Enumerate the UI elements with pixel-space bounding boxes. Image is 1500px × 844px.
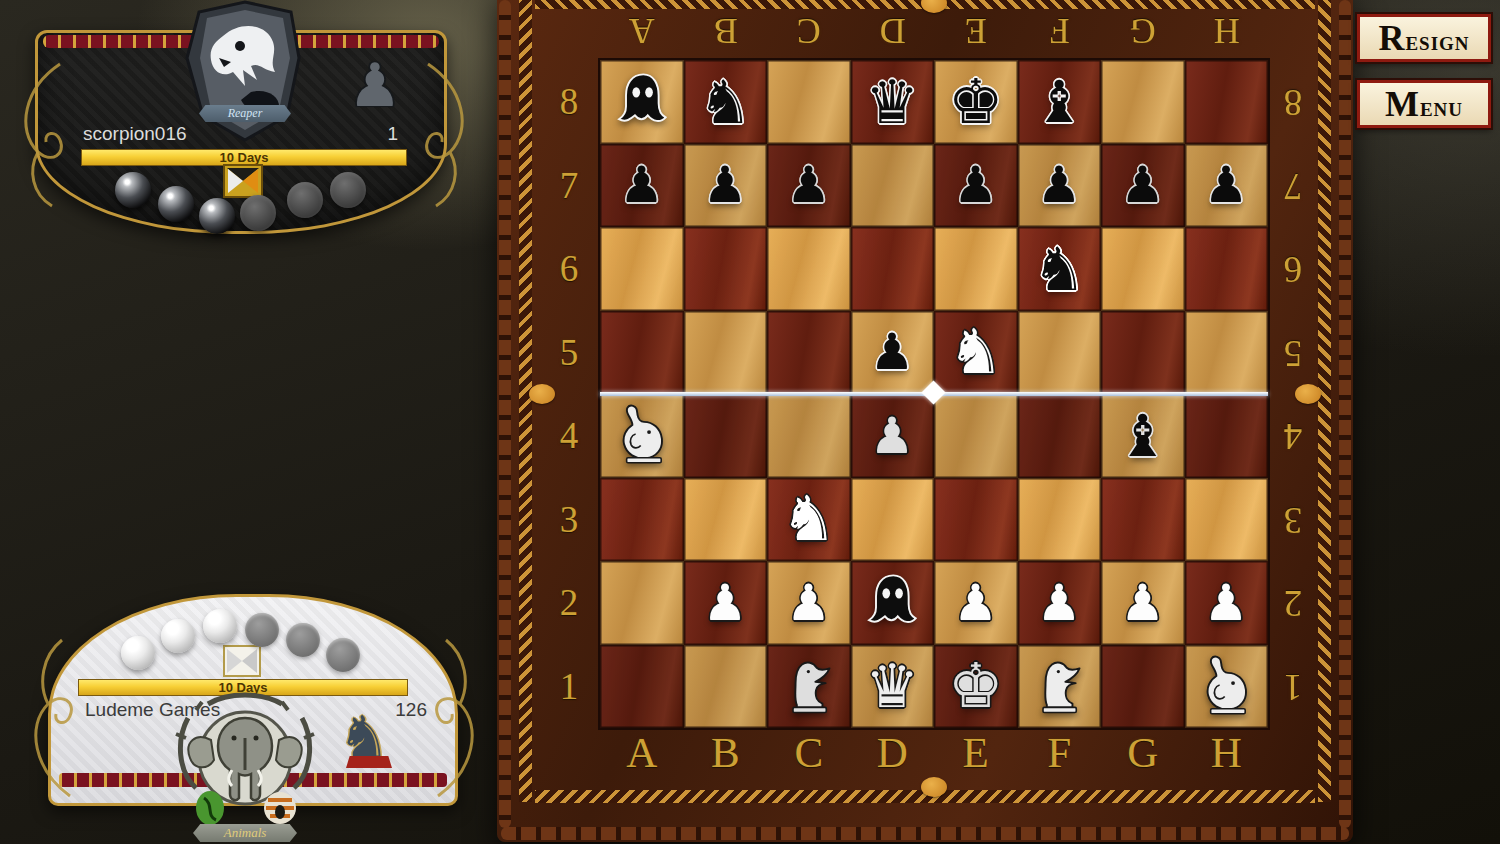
black-pawn-g7[interactable]: ♟	[1120, 160, 1165, 210]
square-a2[interactable]	[600, 561, 684, 645]
file-label-g: G	[1101, 10, 1185, 52]
file-label-f: F	[1018, 10, 1102, 52]
rank-label-3: 3	[545, 478, 593, 562]
square-e2[interactable]: ♟	[934, 561, 1018, 645]
rank-labels-left: 87654321	[545, 60, 593, 728]
square-h3[interactable]	[1185, 478, 1269, 562]
square-b4[interactable]	[684, 394, 768, 478]
army-banner-animals-label: Animals	[224, 825, 267, 841]
file-labels-bottom: ABCDEFGH	[600, 728, 1268, 777]
square-g4[interactable]: ♝	[1101, 394, 1185, 478]
square-e7[interactable]: ♟	[934, 144, 1018, 228]
duel-stone-empty	[245, 613, 279, 647]
square-g6[interactable]	[1101, 227, 1185, 311]
square-g7[interactable]: ♟	[1101, 144, 1185, 228]
black-pawn-b7[interactable]: ♟	[703, 160, 748, 210]
file-label-d: D	[851, 728, 935, 777]
rank-label-5: 5	[1269, 311, 1317, 395]
square-g3[interactable]	[1101, 478, 1185, 562]
square-f4[interactable]	[1018, 394, 1102, 478]
square-h6[interactable]	[1185, 227, 1269, 311]
square-f1[interactable]	[1018, 645, 1102, 729]
menu-button[interactable]: Menu	[1357, 80, 1491, 128]
white-pawn-f2[interactable]: ♟	[1037, 578, 1082, 628]
black-bishop-f8[interactable]: ♝	[1033, 73, 1085, 131]
white-wild-horse-c3[interactable]: ♞	[781, 488, 837, 550]
duel-stone-filled	[115, 172, 151, 208]
square-c4[interactable]	[767, 394, 851, 478]
white-elephant-h1[interactable]	[1194, 651, 1258, 722]
duel-stone-filled	[121, 636, 155, 670]
square-c8[interactable]	[767, 60, 851, 144]
duel-stone-empty	[286, 623, 320, 657]
square-d5[interactable]: ♟	[851, 311, 935, 395]
black-pawn-e7[interactable]: ♟	[953, 160, 998, 210]
square-g5[interactable]	[1101, 311, 1185, 395]
square-e6[interactable]	[934, 227, 1018, 311]
square-c7[interactable]: ♟	[767, 144, 851, 228]
animals-army-crest: Animals	[166, 688, 324, 844]
square-d4[interactable]: ♟	[851, 394, 935, 478]
square-a6[interactable]	[600, 227, 684, 311]
edge-dot-bottom	[921, 777, 947, 797]
square-e5[interactable]: ♞	[934, 311, 1018, 395]
rank-label-7: 7	[1269, 144, 1317, 228]
rank-label-3: 3	[1269, 478, 1317, 562]
rank-label-6: 6	[1269, 227, 1317, 311]
square-g2[interactable]: ♟	[1101, 561, 1185, 645]
square-h4[interactable]	[1185, 394, 1269, 478]
white-pawn-c2[interactable]: ♟	[786, 578, 831, 628]
white-tiger-f1[interactable]	[1027, 651, 1091, 722]
rank-label-5: 5	[545, 311, 593, 395]
square-h8[interactable]	[1185, 60, 1269, 144]
square-g8[interactable]	[1101, 60, 1185, 144]
square-h1[interactable]	[1185, 645, 1269, 729]
white-pawn-g2[interactable]: ♟	[1120, 578, 1165, 628]
square-h7[interactable]: ♟	[1185, 144, 1269, 228]
duel-stone-filled	[158, 186, 194, 222]
file-label-e: E	[934, 10, 1018, 52]
file-label-g: G	[1101, 728, 1185, 777]
file-label-a: A	[600, 728, 684, 777]
square-b7[interactable]: ♟	[684, 144, 768, 228]
square-c6[interactable]	[767, 227, 851, 311]
file-labels-top: ABCDEFGH	[600, 10, 1268, 52]
square-f6[interactable]: ♞	[1018, 227, 1102, 311]
rank-label-8: 8	[1269, 60, 1317, 144]
rank-labels-right: 87654321	[1269, 60, 1317, 728]
knight-icon-base	[346, 756, 392, 768]
duel-stone-empty	[326, 638, 360, 672]
black-pawn-a7[interactable]: ♟	[619, 160, 664, 210]
duel-stone-empty	[330, 172, 366, 208]
black-king-e8[interactable]: ♚	[948, 71, 1004, 133]
file-label-b: B	[684, 728, 768, 777]
rank-label-1: 1	[545, 645, 593, 729]
square-f3[interactable]	[1018, 478, 1102, 562]
square-d8[interactable]: ♛	[851, 60, 935, 144]
chevron-inlay	[519, 0, 532, 802]
opponent-rating: 1	[387, 123, 398, 145]
square-d2[interactable]	[851, 561, 935, 645]
hourglass-icon	[223, 645, 261, 681]
rank-label-1: 1	[1269, 645, 1317, 729]
game-screen: ABCDEFGH ABCDEFGH 87654321 87654321 ♞♛♚♝…	[0, 0, 1500, 844]
white-tiger-c1[interactable]	[777, 651, 841, 722]
black-pawn-side-icon: ♟	[348, 55, 402, 115]
square-h5[interactable]	[1185, 311, 1269, 395]
white-king-e1[interactable]: ♚	[948, 655, 1004, 717]
white-knight-side-icon: ♞	[338, 708, 404, 774]
black-reaper-d8[interactable]: ♛	[865, 72, 919, 132]
black-pawn-c7[interactable]: ♟	[786, 160, 831, 210]
carved-rope-edge	[501, 827, 1349, 840]
white-wild-horse-e5[interactable]: ♞	[948, 321, 1004, 383]
file-label-d: D	[851, 10, 935, 52]
black-knight-f6[interactable]: ♞	[1032, 239, 1086, 299]
rank-label-2: 2	[545, 561, 593, 645]
carved-rope-edge	[499, 0, 511, 828]
rank-label-7: 7	[545, 144, 593, 228]
square-b3[interactable]	[684, 478, 768, 562]
square-e1[interactable]: ♚	[934, 645, 1018, 729]
square-a7[interactable]: ♟	[600, 144, 684, 228]
square-b5[interactable]	[684, 311, 768, 395]
rank-label-4: 4	[545, 394, 593, 478]
square-a5[interactable]	[600, 311, 684, 395]
square-c3[interactable]: ♞	[767, 478, 851, 562]
square-a3[interactable]	[600, 478, 684, 562]
opponent-name: scorpion016	[83, 123, 187, 145]
black-knight-b8[interactable]: ♞	[698, 72, 752, 132]
carved-rope-edge	[1339, 0, 1351, 828]
chess-board-frame: ABCDEFGH ABCDEFGH 87654321 87654321 ♞♛♚♝…	[497, 0, 1353, 842]
black-pawn-f7[interactable]: ♟	[1037, 160, 1082, 210]
army-banner-reaper-label: Reaper	[228, 106, 263, 121]
duel-stone-filled	[199, 198, 235, 234]
square-c2[interactable]: ♟	[767, 561, 851, 645]
file-label-f: F	[1018, 728, 1102, 777]
duel-stone-filled	[161, 619, 195, 653]
rank-label-4: 4	[1269, 394, 1317, 478]
file-label-e: E	[934, 728, 1018, 777]
filigree-right-top	[420, 60, 480, 210]
filigree-left-top	[8, 60, 68, 210]
duel-stone-empty	[240, 195, 276, 231]
file-label-h: H	[1185, 10, 1269, 52]
opponent-timer-label: 10 Days	[219, 150, 268, 165]
square-f7[interactable]: ♟	[1018, 144, 1102, 228]
reaper-army-crest: Reaper	[183, 0, 307, 150]
rank-label-8: 8	[545, 60, 593, 144]
black-pawn-d5[interactable]: ♟	[870, 327, 915, 377]
square-a4[interactable]	[600, 394, 684, 478]
square-f5[interactable]	[1018, 311, 1102, 395]
file-label-h: H	[1185, 728, 1269, 777]
army-banner-reaper: Reaper	[199, 105, 291, 122]
square-b1[interactable]	[684, 645, 768, 729]
square-d3[interactable]	[851, 478, 935, 562]
white-elephant-a4[interactable]	[610, 400, 674, 471]
menu-button-label: Menu	[1385, 83, 1463, 125]
square-d1[interactable]: ♛	[851, 645, 935, 729]
black-ghost-a8[interactable]	[610, 66, 674, 137]
square-e4[interactable]	[934, 394, 1018, 478]
white-jungle-queen-d1[interactable]: ♛	[865, 656, 919, 716]
white-pawn-e2[interactable]: ♟	[953, 578, 998, 628]
file-label-b: B	[684, 10, 768, 52]
square-e8[interactable]: ♚	[934, 60, 1018, 144]
square-a8[interactable]	[600, 60, 684, 144]
black-pawn-h7[interactable]: ♟	[1204, 160, 1249, 210]
square-c1[interactable]	[767, 645, 851, 729]
file-label-c: C	[767, 728, 851, 777]
square-d7[interactable]	[851, 144, 935, 228]
square-e3[interactable]	[934, 478, 1018, 562]
file-label-a: A	[600, 10, 684, 52]
rank-label-6: 6	[545, 227, 593, 311]
square-b8[interactable]: ♞	[684, 60, 768, 144]
square-h2[interactable]: ♟	[1185, 561, 1269, 645]
white-pawn-d4[interactable]: ♟	[870, 411, 915, 461]
square-f2[interactable]: ♟	[1018, 561, 1102, 645]
filigree-right-bottom	[430, 630, 490, 800]
square-g1[interactable]	[1101, 645, 1185, 729]
square-f8[interactable]: ♝	[1018, 60, 1102, 144]
file-label-c: C	[767, 10, 851, 52]
chevron-inlay	[1318, 0, 1331, 802]
square-b6[interactable]	[684, 227, 768, 311]
resign-button-label: Resign	[1378, 17, 1469, 59]
filigree-left-bottom	[18, 630, 78, 800]
square-a1[interactable]	[600, 645, 684, 729]
black-ghost-d2[interactable]	[860, 567, 924, 638]
duel-stone-empty	[287, 182, 323, 218]
white-pawn-b2[interactable]: ♟	[703, 578, 748, 628]
resign-button[interactable]: Resign	[1357, 14, 1491, 62]
square-b2[interactable]: ♟	[684, 561, 768, 645]
duel-stone-filled	[203, 609, 237, 643]
white-pawn-h2[interactable]: ♟	[1204, 578, 1249, 628]
rank-label-2: 2	[1269, 561, 1317, 645]
black-bishop-g4[interactable]: ♝	[1117, 407, 1169, 465]
square-c5[interactable]	[767, 311, 851, 395]
army-banner-animals: Animals	[193, 824, 297, 842]
square-d6[interactable]	[851, 227, 935, 311]
